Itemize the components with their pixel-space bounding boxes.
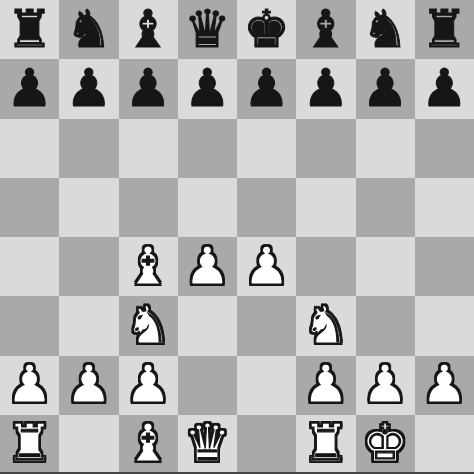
black-rook[interactable]: ♜ xyxy=(421,3,468,55)
white-pawn[interactable]: ♟ xyxy=(421,358,468,410)
square-a1[interactable]: ♜ xyxy=(0,415,59,474)
square-g6[interactable] xyxy=(356,119,415,178)
square-g2[interactable]: ♟ xyxy=(356,356,415,415)
chess-board-container: ♜♞♝♛♚♝♞♜♟♟♟♟♟♟♟♟♝♟♟♞♞♟♟♟♟♟♟♜♝♛♜♚ xyxy=(0,0,474,474)
square-h6[interactable] xyxy=(415,119,474,178)
black-bishop[interactable]: ♝ xyxy=(303,3,350,55)
square-e4[interactable]: ♟ xyxy=(237,237,296,296)
square-c7[interactable]: ♟ xyxy=(119,59,178,118)
square-g8[interactable]: ♞ xyxy=(356,0,415,59)
square-d7[interactable]: ♟ xyxy=(178,59,237,118)
square-h8[interactable]: ♜ xyxy=(415,0,474,59)
square-b2[interactable]: ♟ xyxy=(59,356,118,415)
square-b8[interactable]: ♞ xyxy=(59,0,118,59)
square-d3[interactable] xyxy=(178,296,237,355)
black-pawn[interactable]: ♟ xyxy=(66,62,113,114)
white-rook[interactable]: ♜ xyxy=(6,417,53,469)
white-pawn[interactable]: ♟ xyxy=(66,358,113,410)
square-g5[interactable] xyxy=(356,178,415,237)
square-f8[interactable]: ♝ xyxy=(296,0,355,59)
white-rook[interactable]: ♜ xyxy=(303,417,350,469)
white-pawn[interactable]: ♟ xyxy=(6,358,53,410)
square-h2[interactable]: ♟ xyxy=(415,356,474,415)
square-d2[interactable] xyxy=(178,356,237,415)
square-c6[interactable] xyxy=(119,119,178,178)
black-knight[interactable]: ♞ xyxy=(66,3,113,55)
white-pawn[interactable]: ♟ xyxy=(362,358,409,410)
square-h7[interactable]: ♟ xyxy=(415,59,474,118)
square-g3[interactable] xyxy=(356,296,415,355)
square-a5[interactable] xyxy=(0,178,59,237)
square-a8[interactable]: ♜ xyxy=(0,0,59,59)
square-d4[interactable]: ♟ xyxy=(178,237,237,296)
square-h5[interactable] xyxy=(415,178,474,237)
square-e8[interactable]: ♚ xyxy=(237,0,296,59)
square-a4[interactable] xyxy=(0,237,59,296)
white-knight[interactable]: ♞ xyxy=(303,299,350,351)
square-h1[interactable] xyxy=(415,415,474,474)
square-b3[interactable] xyxy=(59,296,118,355)
square-d8[interactable]: ♛ xyxy=(178,0,237,59)
square-f5[interactable] xyxy=(296,178,355,237)
square-b1[interactable] xyxy=(59,415,118,474)
square-f2[interactable]: ♟ xyxy=(296,356,355,415)
square-f7[interactable]: ♟ xyxy=(296,59,355,118)
square-g4[interactable] xyxy=(356,237,415,296)
square-e1[interactable] xyxy=(237,415,296,474)
square-g7[interactable]: ♟ xyxy=(356,59,415,118)
square-f3[interactable]: ♞ xyxy=(296,296,355,355)
square-e6[interactable] xyxy=(237,119,296,178)
square-c1[interactable]: ♝ xyxy=(119,415,178,474)
black-bishop[interactable]: ♝ xyxy=(125,3,172,55)
square-d5[interactable] xyxy=(178,178,237,237)
square-b4[interactable] xyxy=(59,237,118,296)
black-pawn[interactable]: ♟ xyxy=(362,62,409,114)
square-a6[interactable] xyxy=(0,119,59,178)
black-pawn[interactable]: ♟ xyxy=(6,62,53,114)
black-pawn[interactable]: ♟ xyxy=(421,62,468,114)
square-b6[interactable] xyxy=(59,119,118,178)
white-knight[interactable]: ♞ xyxy=(125,299,172,351)
black-rook[interactable]: ♜ xyxy=(6,3,53,55)
black-pawn[interactable]: ♟ xyxy=(243,62,290,114)
square-f4[interactable] xyxy=(296,237,355,296)
square-b7[interactable]: ♟ xyxy=(59,59,118,118)
white-king[interactable]: ♚ xyxy=(362,417,409,469)
white-bishop[interactable]: ♝ xyxy=(125,417,172,469)
white-pawn[interactable]: ♟ xyxy=(243,240,290,292)
square-h3[interactable] xyxy=(415,296,474,355)
square-e2[interactable] xyxy=(237,356,296,415)
square-a3[interactable] xyxy=(0,296,59,355)
white-queen[interactable]: ♛ xyxy=(184,417,231,469)
white-pawn[interactable]: ♟ xyxy=(184,240,231,292)
black-queen[interactable]: ♛ xyxy=(184,3,231,55)
square-f1[interactable]: ♜ xyxy=(296,415,355,474)
square-e5[interactable] xyxy=(237,178,296,237)
square-b5[interactable] xyxy=(59,178,118,237)
black-king[interactable]: ♚ xyxy=(243,3,290,55)
white-bishop[interactable]: ♝ xyxy=(125,240,172,292)
square-c8[interactable]: ♝ xyxy=(119,0,178,59)
square-a2[interactable]: ♟ xyxy=(0,356,59,415)
square-e3[interactable] xyxy=(237,296,296,355)
black-knight[interactable]: ♞ xyxy=(362,3,409,55)
square-d6[interactable] xyxy=(178,119,237,178)
black-pawn[interactable]: ♟ xyxy=(184,62,231,114)
black-pawn[interactable]: ♟ xyxy=(303,62,350,114)
white-pawn[interactable]: ♟ xyxy=(303,358,350,410)
square-a7[interactable]: ♟ xyxy=(0,59,59,118)
black-pawn[interactable]: ♟ xyxy=(125,62,172,114)
square-h4[interactable] xyxy=(415,237,474,296)
square-g1[interactable]: ♚ xyxy=(356,415,415,474)
square-c3[interactable]: ♞ xyxy=(119,296,178,355)
square-d1[interactable]: ♛ xyxy=(178,415,237,474)
square-c4[interactable]: ♝ xyxy=(119,237,178,296)
square-e7[interactable]: ♟ xyxy=(237,59,296,118)
white-pawn[interactable]: ♟ xyxy=(125,358,172,410)
square-c5[interactable] xyxy=(119,178,178,237)
chess-board: ♜♞♝♛♚♝♞♜♟♟♟♟♟♟♟♟♝♟♟♞♞♟♟♟♟♟♟♜♝♛♜♚ xyxy=(0,0,474,474)
square-c2[interactable]: ♟ xyxy=(119,356,178,415)
square-f6[interactable] xyxy=(296,119,355,178)
